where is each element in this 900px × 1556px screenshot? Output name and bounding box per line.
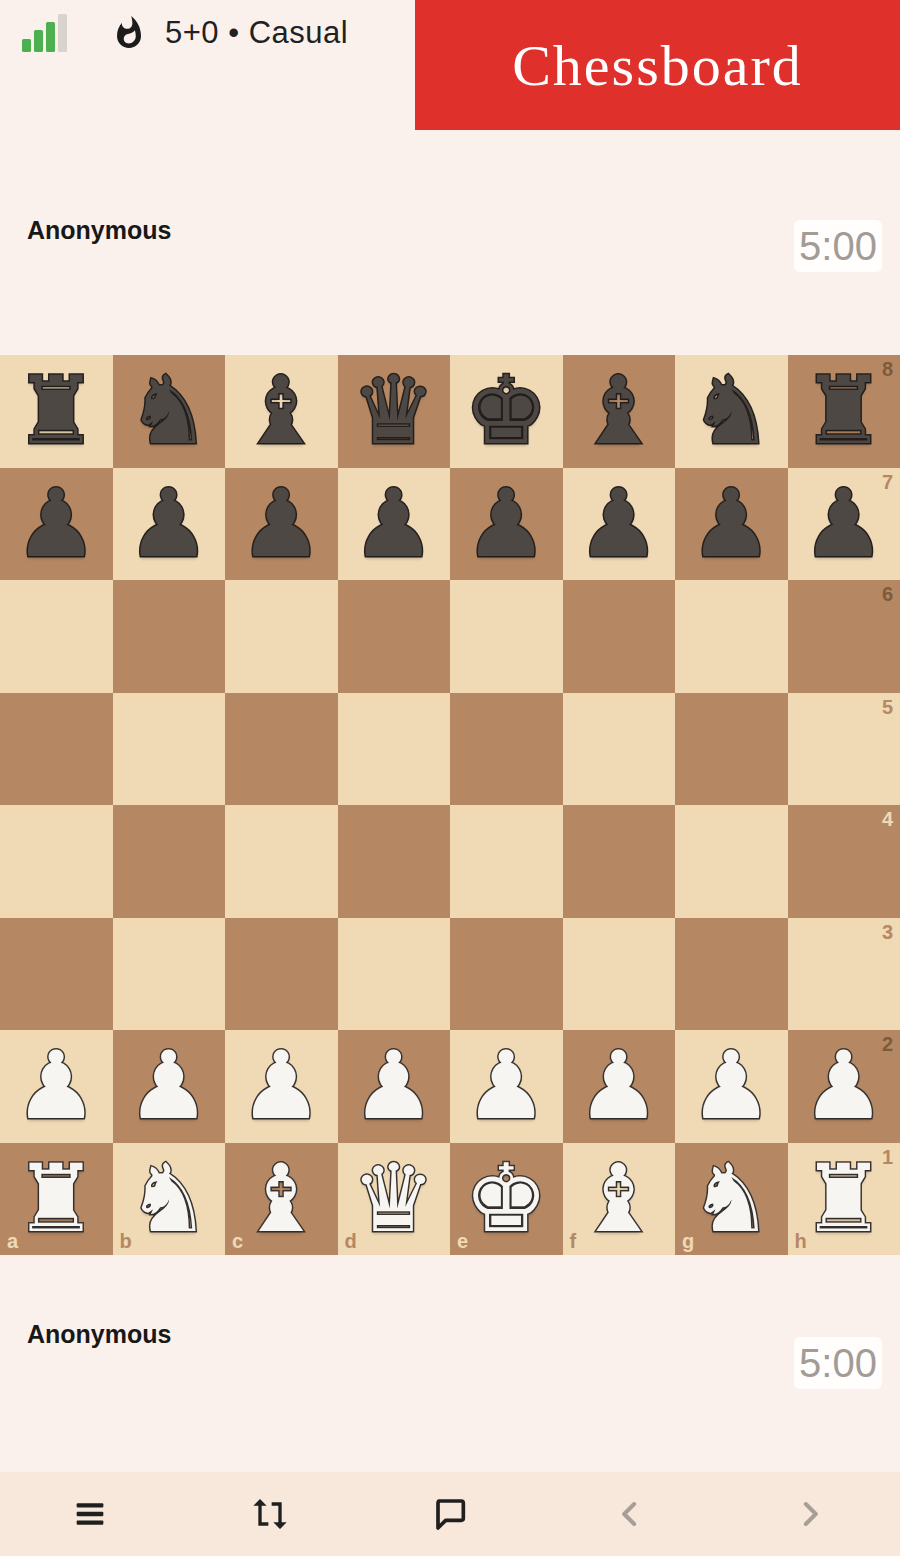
square-g2[interactable]: ♟ bbox=[675, 1030, 788, 1143]
top-bar: 5+0 • Casual Chessboard bbox=[0, 0, 900, 130]
piece-white-pawn[interactable]: ♟ bbox=[127, 1030, 211, 1142]
piece-black-pawn[interactable]: ♟ bbox=[352, 468, 436, 580]
rank-label-8: 8 bbox=[882, 358, 893, 381]
square-e1[interactable]: e♚ bbox=[450, 1143, 563, 1256]
piece-black-pawn[interactable]: ♟ bbox=[689, 468, 773, 580]
square-d5[interactable] bbox=[338, 693, 451, 806]
square-f1[interactable]: f♝ bbox=[563, 1143, 676, 1256]
chevron-right-icon bbox=[790, 1494, 830, 1534]
square-e4[interactable] bbox=[450, 805, 563, 918]
file-label-f: f bbox=[570, 1230, 577, 1253]
square-b5[interactable] bbox=[113, 693, 226, 806]
square-h1[interactable]: 1h♜ bbox=[788, 1143, 900, 1256]
previous-move-button[interactable] bbox=[540, 1472, 720, 1556]
piece-white-pawn[interactable]: ♟ bbox=[689, 1030, 773, 1142]
square-f7[interactable]: ♟ bbox=[563, 468, 676, 581]
piece-white-pawn[interactable]: ♟ bbox=[239, 1030, 323, 1142]
menu-button[interactable] bbox=[0, 1472, 180, 1556]
piece-white-bishop[interactable]: ♝ bbox=[239, 1143, 323, 1255]
banner: Chessboard bbox=[415, 0, 900, 130]
piece-white-king[interactable]: ♚ bbox=[464, 1143, 548, 1255]
square-h6[interactable]: 6 bbox=[788, 580, 900, 693]
piece-white-pawn[interactable]: ♟ bbox=[577, 1030, 661, 1142]
piece-black-king[interactable]: ♚ bbox=[464, 355, 548, 467]
square-c3[interactable] bbox=[225, 918, 338, 1031]
square-d8[interactable]: ♛ bbox=[338, 355, 451, 468]
square-d1[interactable]: d♛ bbox=[338, 1143, 451, 1256]
square-c6[interactable] bbox=[225, 580, 338, 693]
square-a8[interactable]: ♜ bbox=[0, 355, 113, 468]
game-info-cluster: 5+0 • Casual bbox=[22, 8, 348, 58]
rank-label-3: 3 bbox=[882, 921, 893, 944]
top-player-name: Anonymous bbox=[27, 216, 171, 245]
piece-black-pawn[interactable]: ♟ bbox=[802, 468, 886, 580]
piece-black-bishop[interactable]: ♝ bbox=[577, 355, 661, 467]
chevron-left-icon bbox=[610, 1494, 650, 1534]
rank-label-5: 5 bbox=[882, 696, 893, 719]
square-a4[interactable] bbox=[0, 805, 113, 918]
square-a5[interactable] bbox=[0, 693, 113, 806]
square-g8[interactable]: ♞ bbox=[675, 355, 788, 468]
square-d3[interactable] bbox=[338, 918, 451, 1031]
piece-white-pawn[interactable]: ♟ bbox=[352, 1030, 436, 1142]
banner-title: Chessboard bbox=[512, 32, 803, 99]
square-g7[interactable]: ♟ bbox=[675, 468, 788, 581]
piece-white-pawn[interactable]: ♟ bbox=[464, 1030, 548, 1142]
square-b2[interactable]: ♟ bbox=[113, 1030, 226, 1143]
square-e3[interactable] bbox=[450, 918, 563, 1031]
piece-black-pawn[interactable]: ♟ bbox=[464, 468, 548, 580]
square-g4[interactable] bbox=[675, 805, 788, 918]
flame-path bbox=[117, 16, 141, 48]
square-d6[interactable] bbox=[338, 580, 451, 693]
square-d7[interactable]: ♟ bbox=[338, 468, 451, 581]
square-f2[interactable]: ♟ bbox=[563, 1030, 676, 1143]
square-b8[interactable]: ♞ bbox=[113, 355, 226, 468]
square-c1[interactable]: c♝ bbox=[225, 1143, 338, 1256]
signal-bar bbox=[22, 39, 31, 52]
piece-black-rook[interactable]: ♜ bbox=[802, 355, 886, 467]
square-h8[interactable]: 8♜ bbox=[788, 355, 900, 468]
square-a3[interactable] bbox=[0, 918, 113, 1031]
menu-icon bbox=[70, 1494, 110, 1534]
file-label-g: g bbox=[682, 1230, 694, 1253]
signal-bar bbox=[34, 30, 43, 52]
square-g3[interactable] bbox=[675, 918, 788, 1031]
square-e6[interactable] bbox=[450, 580, 563, 693]
blitz-flame-icon bbox=[111, 15, 147, 51]
square-h4[interactable]: 4 bbox=[788, 805, 900, 918]
next-move-button[interactable] bbox=[720, 1472, 900, 1556]
square-c7[interactable]: ♟ bbox=[225, 468, 338, 581]
chess-board[interactable]: ♜♞♝♛♚♝♞8♜♟♟♟♟♟♟♟7♟6543♟♟♟♟♟♟♟2♟a♜b♞c♝d♛e… bbox=[0, 355, 900, 1255]
piece-black-knight[interactable]: ♞ bbox=[127, 355, 211, 467]
piece-black-pawn[interactable]: ♟ bbox=[577, 468, 661, 580]
chat-button[interactable] bbox=[360, 1472, 540, 1556]
square-g1[interactable]: g♞ bbox=[675, 1143, 788, 1256]
square-c2[interactable]: ♟ bbox=[225, 1030, 338, 1143]
bottom-player-name: Anonymous bbox=[27, 1320, 171, 1349]
square-d4[interactable] bbox=[338, 805, 451, 918]
rank-label-7: 7 bbox=[882, 471, 893, 494]
square-b6[interactable] bbox=[113, 580, 226, 693]
square-f6[interactable] bbox=[563, 580, 676, 693]
signal-bar bbox=[58, 14, 67, 52]
signal-bar bbox=[46, 22, 55, 52]
square-h7[interactable]: 7♟ bbox=[788, 468, 900, 581]
piece-white-knight[interactable]: ♞ bbox=[127, 1143, 211, 1255]
square-e7[interactable]: ♟ bbox=[450, 468, 563, 581]
file-label-d: d bbox=[345, 1230, 357, 1253]
square-f8[interactable]: ♝ bbox=[563, 355, 676, 468]
file-label-b: b bbox=[120, 1230, 132, 1253]
file-label-e: e bbox=[457, 1230, 468, 1253]
square-h2[interactable]: 2♟ bbox=[788, 1030, 900, 1143]
square-b4[interactable] bbox=[113, 805, 226, 918]
piece-white-pawn[interactable]: ♟ bbox=[802, 1030, 886, 1142]
piece-black-pawn[interactable]: ♟ bbox=[14, 468, 98, 580]
rank-label-6: 6 bbox=[882, 583, 893, 606]
flip-board-button[interactable] bbox=[180, 1472, 360, 1556]
piece-white-knight[interactable]: ♞ bbox=[689, 1143, 773, 1255]
square-c4[interactable] bbox=[225, 805, 338, 918]
time-control-label: 5+0 • Casual bbox=[165, 15, 348, 51]
bottom-player-clock: 5:00 bbox=[794, 1337, 882, 1389]
square-a7[interactable]: ♟ bbox=[0, 468, 113, 581]
file-label-h: h bbox=[795, 1230, 807, 1253]
piece-black-pawn[interactable]: ♟ bbox=[239, 468, 323, 580]
square-f4[interactable] bbox=[563, 805, 676, 918]
connection-signal-icon bbox=[22, 14, 67, 52]
square-c8[interactable]: ♝ bbox=[225, 355, 338, 468]
piece-black-knight[interactable]: ♞ bbox=[689, 355, 773, 467]
square-h5[interactable]: 5 bbox=[788, 693, 900, 806]
square-e5[interactable] bbox=[450, 693, 563, 806]
square-h3[interactable]: 3 bbox=[788, 918, 900, 1031]
chat-icon bbox=[430, 1494, 470, 1534]
piece-white-rook[interactable]: ♜ bbox=[802, 1143, 886, 1255]
rank-label-2: 2 bbox=[882, 1033, 893, 1056]
square-f3[interactable] bbox=[563, 918, 676, 1031]
square-e2[interactable]: ♟ bbox=[450, 1030, 563, 1143]
piece-white-bishop[interactable]: ♝ bbox=[577, 1143, 661, 1255]
square-a6[interactable] bbox=[0, 580, 113, 693]
piece-white-queen[interactable]: ♛ bbox=[352, 1143, 436, 1255]
square-f5[interactable] bbox=[563, 693, 676, 806]
rank-label-4: 4 bbox=[882, 808, 893, 831]
square-a1[interactable]: a♜ bbox=[0, 1143, 113, 1256]
square-b7[interactable]: ♟ bbox=[113, 468, 226, 581]
top-player-clock: 5:00 bbox=[794, 220, 882, 272]
piece-black-bishop[interactable]: ♝ bbox=[239, 355, 323, 467]
piece-black-queen[interactable]: ♛ bbox=[352, 355, 436, 467]
file-label-a: a bbox=[7, 1230, 18, 1253]
square-b3[interactable] bbox=[113, 918, 226, 1031]
square-b1[interactable]: b♞ bbox=[113, 1143, 226, 1256]
piece-white-rook[interactable]: ♜ bbox=[14, 1143, 98, 1255]
square-g6[interactable] bbox=[675, 580, 788, 693]
square-a2[interactable]: ♟ bbox=[0, 1030, 113, 1143]
rank-label-1: 1 bbox=[882, 1146, 893, 1169]
square-e8[interactable]: ♚ bbox=[450, 355, 563, 468]
flip-board-icon bbox=[250, 1494, 290, 1534]
piece-black-pawn[interactable]: ♟ bbox=[127, 468, 211, 580]
square-c5[interactable] bbox=[225, 693, 338, 806]
bottom-nav-bar bbox=[0, 1472, 900, 1556]
piece-black-rook[interactable]: ♜ bbox=[14, 355, 98, 467]
file-label-c: c bbox=[232, 1230, 243, 1253]
square-g5[interactable] bbox=[675, 693, 788, 806]
piece-white-pawn[interactable]: ♟ bbox=[14, 1030, 98, 1142]
square-d2[interactable]: ♟ bbox=[338, 1030, 451, 1143]
